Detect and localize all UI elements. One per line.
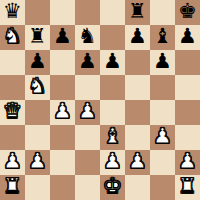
square-h2[interactable]: ♟ xyxy=(175,150,200,175)
square-c3[interactable] xyxy=(50,125,75,150)
white-pawn[interactable]: ♟ xyxy=(3,149,22,174)
square-g3[interactable]: ♟ xyxy=(150,125,175,150)
square-a7[interactable]: ♞ xyxy=(0,25,25,50)
square-d1[interactable] xyxy=(75,175,100,200)
square-g8[interactable] xyxy=(150,0,175,25)
square-h3[interactable] xyxy=(175,125,200,150)
black-pawn[interactable]: ♟ xyxy=(78,49,97,74)
square-d8[interactable] xyxy=(75,0,100,25)
white-queen[interactable]: ♛ xyxy=(3,99,22,124)
square-f5[interactable] xyxy=(125,75,150,100)
square-g4[interactable] xyxy=(150,100,175,125)
square-e5[interactable] xyxy=(100,75,125,100)
white-pawn[interactable]: ♟ xyxy=(153,124,172,149)
square-c8[interactable] xyxy=(50,0,75,25)
white-pawn[interactable]: ♟ xyxy=(128,149,147,174)
square-c6[interactable] xyxy=(50,50,75,75)
black-bishop[interactable]: ♝ xyxy=(153,24,172,49)
black-pawn[interactable]: ♟ xyxy=(28,49,47,74)
square-c5[interactable] xyxy=(50,75,75,100)
white-pawn[interactable]: ♟ xyxy=(178,149,197,174)
black-queen[interactable]: ♛ xyxy=(3,0,22,24)
square-a8[interactable]: ♛ xyxy=(0,0,25,25)
white-pawn[interactable]: ♟ xyxy=(78,99,97,124)
square-h7[interactable]: ♟ xyxy=(175,25,200,50)
square-f7[interactable]: ♟ xyxy=(125,25,150,50)
black-pawn[interactable]: ♟ xyxy=(103,49,122,74)
black-pawn[interactable]: ♟ xyxy=(178,24,197,49)
square-e7[interactable] xyxy=(100,25,125,50)
square-c2[interactable] xyxy=(50,150,75,175)
white-knight[interactable]: ♞ xyxy=(3,24,22,49)
square-g5[interactable] xyxy=(150,75,175,100)
square-b8[interactable] xyxy=(25,0,50,25)
square-h4[interactable] xyxy=(175,100,200,125)
square-e2[interactable]: ♟ xyxy=(100,150,125,175)
square-g6[interactable]: ♟ xyxy=(150,50,175,75)
square-b7[interactable]: ♜ xyxy=(25,25,50,50)
square-c1[interactable] xyxy=(50,175,75,200)
square-a1[interactable]: ♜ xyxy=(0,175,25,200)
square-b1[interactable] xyxy=(25,175,50,200)
square-d4[interactable]: ♟ xyxy=(75,100,100,125)
square-c7[interactable]: ♟ xyxy=(50,25,75,50)
square-b2[interactable]: ♟ xyxy=(25,150,50,175)
white-pawn[interactable]: ♟ xyxy=(103,149,122,174)
square-e8[interactable] xyxy=(100,0,125,25)
square-a3[interactable] xyxy=(0,125,25,150)
white-knight[interactable]: ♞ xyxy=(28,74,47,99)
square-f6[interactable] xyxy=(125,50,150,75)
black-pawn[interactable]: ♟ xyxy=(53,24,72,49)
square-a2[interactable]: ♟ xyxy=(0,150,25,175)
square-f2[interactable]: ♟ xyxy=(125,150,150,175)
square-d3[interactable] xyxy=(75,125,100,150)
square-f8[interactable]: ♜ xyxy=(125,0,150,25)
square-c4[interactable]: ♟ xyxy=(50,100,75,125)
square-e6[interactable]: ♟ xyxy=(100,50,125,75)
square-d5[interactable] xyxy=(75,75,100,100)
square-a6[interactable] xyxy=(0,50,25,75)
square-f4[interactable] xyxy=(125,100,150,125)
square-g1[interactable] xyxy=(150,175,175,200)
white-king[interactable]: ♚ xyxy=(103,174,122,199)
white-rook[interactable]: ♜ xyxy=(3,174,22,199)
square-b5[interactable]: ♞ xyxy=(25,75,50,100)
square-b3[interactable] xyxy=(25,125,50,150)
chess-board: ♛♜♚♞♜♟♞♟♝♟♟♟♟♟♞♛♟♟♝♟♟♟♟♟♟♜♚♜ xyxy=(0,0,200,200)
square-f1[interactable] xyxy=(125,175,150,200)
square-h6[interactable] xyxy=(175,50,200,75)
black-pawn[interactable]: ♟ xyxy=(128,24,147,49)
square-b6[interactable]: ♟ xyxy=(25,50,50,75)
white-pawn[interactable]: ♟ xyxy=(53,99,72,124)
square-h5[interactable] xyxy=(175,75,200,100)
square-d7[interactable]: ♞ xyxy=(75,25,100,50)
square-b4[interactable] xyxy=(25,100,50,125)
black-rook[interactable]: ♜ xyxy=(28,24,47,49)
square-e1[interactable]: ♚ xyxy=(100,175,125,200)
square-e4[interactable] xyxy=(100,100,125,125)
square-f3[interactable] xyxy=(125,125,150,150)
square-a4[interactable]: ♛ xyxy=(0,100,25,125)
white-pawn[interactable]: ♟ xyxy=(28,149,47,174)
square-d6[interactable]: ♟ xyxy=(75,50,100,75)
black-knight[interactable]: ♞ xyxy=(78,24,97,49)
square-h8[interactable]: ♚ xyxy=(175,0,200,25)
white-bishop[interactable]: ♝ xyxy=(103,124,122,149)
black-rook[interactable]: ♜ xyxy=(128,0,147,24)
white-rook[interactable]: ♜ xyxy=(178,174,197,199)
square-e3[interactable]: ♝ xyxy=(100,125,125,150)
black-pawn[interactable]: ♟ xyxy=(153,49,172,74)
square-g2[interactable] xyxy=(150,150,175,175)
square-h1[interactable]: ♜ xyxy=(175,175,200,200)
square-d2[interactable] xyxy=(75,150,100,175)
square-g7[interactable]: ♝ xyxy=(150,25,175,50)
square-a5[interactable] xyxy=(0,75,25,100)
black-king[interactable]: ♚ xyxy=(178,0,197,24)
